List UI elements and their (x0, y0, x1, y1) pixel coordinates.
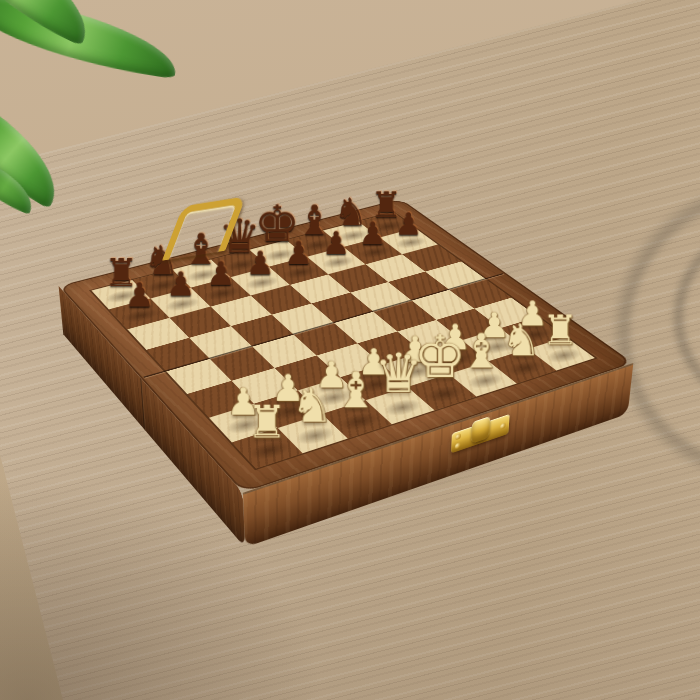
piece-black-pawn[interactable]: ♟ (322, 227, 350, 259)
screw-icon (454, 442, 460, 449)
piece-white-bishop[interactable]: ♝ (334, 365, 378, 414)
piece-white-queen[interactable]: ♛ (374, 346, 423, 400)
screw-icon (500, 423, 506, 430)
piece-black-pawn[interactable]: ♟ (166, 267, 196, 300)
piece-black-pawn[interactable]: ♟ (206, 257, 235, 290)
clasp-hook (471, 416, 490, 444)
piece-white-knight[interactable]: ♞ (291, 382, 333, 429)
piece-black-pawn[interactable]: ♟ (246, 247, 275, 279)
piece-white-rook[interactable]: ♜ (246, 399, 287, 444)
piece-black-pawn[interactable]: ♟ (124, 278, 154, 312)
piece-white-rook[interactable]: ♜ (541, 309, 578, 350)
screw-icon (455, 433, 461, 440)
piece-white-knight[interactable]: ♞ (501, 319, 540, 363)
fold-seam-side (140, 378, 145, 431)
piece-black-pawn[interactable]: ♟ (284, 237, 313, 269)
brass-clasp (451, 414, 510, 453)
piece-black-pawn[interactable]: ♟ (394, 208, 422, 239)
piece-black-pawn[interactable]: ♟ (359, 217, 387, 248)
photo-scene: ♜♞♝♛♚♝♞♜♟♟♟♟♟♟♟♟♟♟♟♟♟♟♟♟♜♞♝♛♚♝♞♜ (0, 0, 700, 700)
